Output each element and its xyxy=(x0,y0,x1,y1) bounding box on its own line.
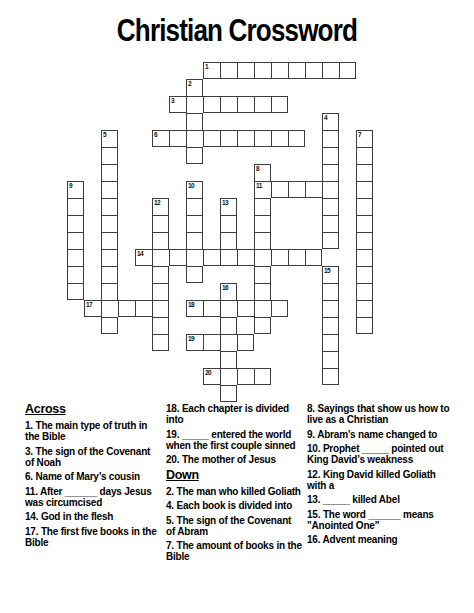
clue-down-10: 10. Prophet _____ pointed out King David… xyxy=(307,443,450,465)
grid-cell-r13c5[interactable] xyxy=(152,283,169,300)
grid-cell-r14c2[interactable] xyxy=(101,300,118,317)
clue-across-17: 17. The first five books in the Bible xyxy=(25,526,161,548)
grid-cell-r8c2[interactable] xyxy=(101,198,118,215)
grid-cell-r16c10[interactable] xyxy=(237,334,254,351)
grid-cell-r3c15[interactable]: 4 xyxy=(322,113,339,130)
cell-number-5: 5 xyxy=(103,131,106,138)
cell-number-10: 10 xyxy=(188,182,194,189)
grid-cell-r8c0[interactable] xyxy=(67,198,84,215)
clue-down-2: 2. The man who killed Goliath xyxy=(166,486,302,497)
grid-cell-r9c15[interactable] xyxy=(322,215,339,232)
grid-cell-r4c9[interactable] xyxy=(220,130,237,147)
page-title: Christian Crossword xyxy=(0,14,474,48)
grid-cell-r0c15[interactable] xyxy=(322,62,339,79)
grid-cell-r10c9[interactable] xyxy=(220,232,237,249)
grid-cell-r11c4[interactable]: 14 xyxy=(135,249,152,266)
grid-cell-r4c2[interactable]: 5 xyxy=(101,130,118,147)
grid-cell-r8c17[interactable] xyxy=(356,198,373,215)
grid-cell-r9c11[interactable] xyxy=(254,215,271,232)
grid-cell-r2c8[interactable] xyxy=(203,96,220,113)
clue-down-15: 15. The word ______ means "Anointed One" xyxy=(307,509,450,531)
clue-down-7: 7. The amount of books in the Bible xyxy=(166,540,302,562)
grid-cell-r0c11[interactable] xyxy=(254,62,271,79)
grid-cell-r11c5[interactable] xyxy=(152,249,169,266)
grid-cell-r11c14[interactable] xyxy=(305,249,322,266)
grid-cell-r18c10[interactable] xyxy=(237,368,254,385)
crossword-grid: 1234567891011121314151617181920 xyxy=(67,62,373,402)
grid-cell-r14c12[interactable] xyxy=(271,300,288,317)
grid-cell-r13c15[interactable] xyxy=(322,283,339,300)
grid-cell-r14c8[interactable] xyxy=(203,300,220,317)
grid-cell-r8c5[interactable]: 12 xyxy=(152,198,169,215)
cell-number-11: 11 xyxy=(256,182,262,189)
grid-cell-r10c2[interactable] xyxy=(101,232,118,249)
grid-cell-r7c14[interactable] xyxy=(305,181,322,198)
grid-cell-r4c8[interactable] xyxy=(203,130,220,147)
grid-cell-r5c7[interactable] xyxy=(186,147,203,164)
grid-cell-r7c15[interactable] xyxy=(322,181,339,198)
clue-across-6: 6. Name of Mary’s cousin xyxy=(25,471,161,482)
grid-cell-r10c0[interactable] xyxy=(67,232,84,249)
grid-cell-r6c17[interactable] xyxy=(356,164,373,181)
grid-cell-r13c2[interactable] xyxy=(101,283,118,300)
grid-cell-r7c2[interactable] xyxy=(101,181,118,198)
cell-number-14: 14 xyxy=(137,250,143,257)
cell-number-8: 8 xyxy=(256,165,259,172)
clue-across-3: 3. The sign of the Covenant of Noah xyxy=(25,446,161,468)
grid-cell-r7c0[interactable]: 9 xyxy=(67,181,84,198)
clues-column-1: Across1. The main type of truth in the B… xyxy=(25,403,161,551)
clue-across-20: 20. The mother of Jesus xyxy=(166,454,302,465)
grid-cell-r14c7[interactable]: 18 xyxy=(186,300,203,317)
grid-cell-r13c17[interactable] xyxy=(356,283,373,300)
grid-cell-r11c6[interactable] xyxy=(169,249,186,266)
grid-cell-r13c11[interactable] xyxy=(254,283,271,300)
grid-cell-r2c12[interactable] xyxy=(271,96,288,113)
cell-number-3: 3 xyxy=(171,97,174,104)
clue-across-1: 1. The main type of truth in the Bible xyxy=(25,420,161,442)
grid-cell-r15c5[interactable] xyxy=(152,317,169,334)
grid-cell-r14c1[interactable]: 17 xyxy=(84,300,101,317)
grid-cell-r8c7[interactable] xyxy=(186,198,203,215)
grid-cell-r7c13[interactable] xyxy=(288,181,305,198)
grid-cell-r4c17[interactable]: 7 xyxy=(356,130,373,147)
grid-cell-r14c5[interactable] xyxy=(152,300,169,317)
grid-cell-r16c9[interactable] xyxy=(220,334,237,351)
grid-cell-r1c7[interactable]: 2 xyxy=(186,79,203,96)
grid-cell-r4c7[interactable] xyxy=(186,130,203,147)
grid-cell-r15c2[interactable] xyxy=(101,317,118,334)
clue-down-13: 13. _____ killed Abel xyxy=(307,494,450,505)
across-header: Across xyxy=(25,403,161,416)
grid-cell-r11c9[interactable] xyxy=(220,249,237,266)
grid-cell-r10c5[interactable] xyxy=(152,232,169,249)
grid-cell-r2c9[interactable] xyxy=(220,96,237,113)
grid-cell-r14c11[interactable] xyxy=(254,300,271,317)
clue-across-19: 19. _____ entered the world when the fir… xyxy=(166,429,302,451)
grid-cell-r10c11[interactable] xyxy=(254,232,271,249)
grid-cell-r14c9[interactable] xyxy=(220,300,237,317)
cell-number-12: 12 xyxy=(154,199,160,206)
grid-cell-r12c17[interactable] xyxy=(356,266,373,283)
grid-cell-r11c0[interactable] xyxy=(67,249,84,266)
cell-number-16: 16 xyxy=(222,284,228,291)
grid-cell-r6c15[interactable] xyxy=(322,164,339,181)
clue-down-9: 9. Abram’s name changed to xyxy=(307,429,450,440)
cell-number-6: 6 xyxy=(154,131,157,138)
grid-cell-r8c11[interactable] xyxy=(254,198,271,215)
grid-cell-r16c5[interactable] xyxy=(152,334,169,351)
cell-number-1: 1 xyxy=(205,63,208,70)
grid-cell-r12c0[interactable] xyxy=(67,266,84,283)
clue-across-11: 11. After ______ days Jesus was circumci… xyxy=(25,486,161,508)
grid-cell-r10c7[interactable] xyxy=(186,232,203,249)
grid-cell-r7c12[interactable] xyxy=(271,181,288,198)
grid-cell-r11c2[interactable] xyxy=(101,249,118,266)
cell-number-20: 20 xyxy=(205,369,211,376)
grid-cell-r15c17[interactable] xyxy=(356,317,373,334)
down-header: Down xyxy=(166,469,302,482)
grid-cell-r9c9[interactable] xyxy=(220,215,237,232)
grid-cell-r7c17[interactable] xyxy=(356,181,373,198)
grid-cell-r16c8[interactable] xyxy=(203,334,220,351)
clues-column-3: 8. Sayings that show us how to live as a… xyxy=(307,403,450,549)
grid-cell-r4c6[interactable] xyxy=(169,130,186,147)
grid-cell-r18c9[interactable] xyxy=(220,368,237,385)
grid-cell-r6c11[interactable]: 8 xyxy=(254,164,271,181)
grid-cell-r4c11[interactable] xyxy=(254,130,271,147)
grid-cell-r4c12[interactable] xyxy=(271,130,288,147)
grid-cell-r16c15[interactable] xyxy=(322,334,339,351)
grid-cell-r12c11[interactable] xyxy=(254,266,271,283)
cell-number-18: 18 xyxy=(188,301,194,308)
grid-cell-r0c13[interactable] xyxy=(288,62,305,79)
grid-cell-r2c11[interactable] xyxy=(254,96,271,113)
grid-cell-r14c4[interactable] xyxy=(135,300,152,317)
grid-cell-r2c6[interactable]: 3 xyxy=(169,96,186,113)
grid-cell-r13c0[interactable] xyxy=(67,283,84,300)
clue-down-12: 12. King David killed Goliath with a xyxy=(307,469,450,491)
grid-cell-r0c16[interactable] xyxy=(339,62,356,79)
grid-cell-r10c15[interactable] xyxy=(322,232,339,249)
cell-number-7: 7 xyxy=(358,131,361,138)
grid-cell-r4c10[interactable] xyxy=(237,130,254,147)
grid-cell-r14c15[interactable] xyxy=(322,300,339,317)
grid-cell-r4c15[interactable] xyxy=(322,130,339,147)
grid-cell-r0c14[interactable] xyxy=(305,62,322,79)
grid-cell-r11c17[interactable] xyxy=(356,249,373,266)
clue-down-4: 4. Each book is divided into xyxy=(166,500,302,511)
grid-cell-r6c2[interactable] xyxy=(101,164,118,181)
grid-cell-r0c10[interactable] xyxy=(237,62,254,79)
grid-cell-r9c17[interactable] xyxy=(356,215,373,232)
cell-number-19: 19 xyxy=(188,335,194,342)
grid-cell-r9c2[interactable] xyxy=(101,215,118,232)
grid-cell-r5c17[interactable] xyxy=(356,147,373,164)
cell-number-2: 2 xyxy=(188,80,191,87)
grid-cell-r9c0[interactable] xyxy=(67,215,84,232)
cell-number-15: 15 xyxy=(324,267,330,274)
grid-cell-r7c11[interactable]: 11 xyxy=(254,181,271,198)
grid-cell-r8c15[interactable] xyxy=(322,198,339,215)
grid-cell-r15c9[interactable] xyxy=(220,317,237,334)
grid-cell-r2c10[interactable] xyxy=(237,96,254,113)
grid-cell-r16c7[interactable]: 19 xyxy=(186,334,203,351)
grid-cell-r17c15[interactable] xyxy=(322,351,339,368)
clues-column-2: 18. Each chapter is divided into19. ____… xyxy=(166,403,302,566)
grid-cell-r5c2[interactable] xyxy=(101,147,118,164)
grid-cell-r0c8[interactable]: 1 xyxy=(203,62,220,79)
grid-cell-r11c12[interactable] xyxy=(271,249,288,266)
clue-down-16: 16. Advent meaning xyxy=(307,534,450,545)
grid-cell-r9c5[interactable] xyxy=(152,215,169,232)
grid-cell-r12c7[interactable] xyxy=(186,266,203,283)
grid-cell-r18c8[interactable]: 20 xyxy=(203,368,220,385)
clue-down-8: 8. Sayings that show us how to live as a… xyxy=(307,403,450,425)
grid-cell-r4c5[interactable]: 6 xyxy=(152,130,169,147)
clue-across-14: 14. God in the flesh xyxy=(25,511,161,522)
grid-cell-r14c3[interactable] xyxy=(118,300,135,317)
grid-cell-r11c11[interactable] xyxy=(254,249,271,266)
grid-cell-r10c17[interactable] xyxy=(356,232,373,249)
grid-cell-r7c7[interactable]: 10 xyxy=(186,181,203,198)
grid-cell-r17c9[interactable] xyxy=(220,351,237,368)
grid-cell-r15c15[interactable] xyxy=(322,317,339,334)
grid-cell-r13c9[interactable]: 16 xyxy=(220,283,237,300)
grid-cell-r12c2[interactable] xyxy=(101,266,118,283)
grid-cell-r0c9[interactable] xyxy=(220,62,237,79)
grid-cell-r18c15[interactable] xyxy=(322,368,339,385)
grid-cell-r3c7[interactable] xyxy=(186,113,203,130)
cell-number-4: 4 xyxy=(324,114,327,121)
cell-number-13: 13 xyxy=(222,199,228,206)
grid-cell-r11c8[interactable] xyxy=(203,249,220,266)
grid-cell-r0c12[interactable] xyxy=(271,62,288,79)
grid-cell-r11c13[interactable] xyxy=(288,249,305,266)
clue-across-18: 18. Each chapter is divided into xyxy=(166,403,302,425)
grid-cell-r18c11[interactable] xyxy=(254,368,271,385)
grid-cell-r11c10[interactable] xyxy=(237,249,254,266)
grid-cell-r12c15[interactable]: 15 xyxy=(322,266,339,283)
grid-cell-r14c17[interactable] xyxy=(356,300,373,317)
grid-cell-r8c9[interactable]: 13 xyxy=(220,198,237,215)
grid-cell-r5c15[interactable] xyxy=(322,147,339,164)
cell-number-17: 17 xyxy=(86,301,92,308)
grid-cell-r2c7[interactable] xyxy=(186,96,203,113)
grid-cell-r19c9[interactable] xyxy=(220,385,237,402)
grid-cell-r9c7[interactable] xyxy=(186,215,203,232)
grid-cell-r12c5[interactable] xyxy=(152,266,169,283)
grid-cell-r15c11[interactable] xyxy=(254,317,271,334)
cell-number-9: 9 xyxy=(69,182,72,189)
grid-cell-r4c13[interactable] xyxy=(288,130,305,147)
grid-cell-r11c7[interactable] xyxy=(186,249,203,266)
grid-cell-r14c10[interactable] xyxy=(237,300,254,317)
clue-down-5: 5. The sign of the Covenant of Abram xyxy=(166,515,302,537)
